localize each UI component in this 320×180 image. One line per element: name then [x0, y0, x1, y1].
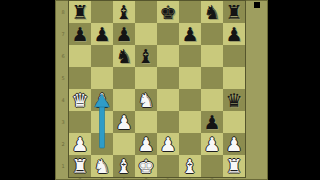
- square-b8[interactable]: [91, 1, 113, 23]
- white-rook: ♜: [225, 155, 242, 177]
- black-rook: ♜: [225, 1, 242, 23]
- square-h1[interactable]: ♜: [223, 155, 245, 177]
- black-bishop: ♝: [137, 45, 154, 67]
- square-b4[interactable]: ♟: [91, 89, 113, 111]
- rank-label-6: 6: [59, 45, 67, 67]
- square-a5[interactable]: [69, 67, 91, 89]
- square-f3[interactable]: [179, 111, 201, 133]
- black-knight: ♞: [203, 1, 220, 23]
- white-knight: ♞: [93, 155, 110, 177]
- square-c2[interactable]: [113, 133, 135, 155]
- square-a2[interactable]: ♟: [69, 133, 91, 155]
- side-to-move-indicator: [254, 2, 260, 8]
- black-pawn: ♟: [225, 23, 242, 45]
- black-pawn: ♟: [203, 111, 220, 133]
- square-h5[interactable]: [223, 67, 245, 89]
- square-a6[interactable]: [69, 45, 91, 67]
- square-h4[interactable]: ♛: [223, 89, 245, 111]
- square-f4[interactable]: [179, 89, 201, 111]
- rank-labels: 87654321: [55, 1, 69, 177]
- square-g3[interactable]: ♟: [201, 111, 223, 133]
- square-f6[interactable]: [179, 45, 201, 67]
- square-d1[interactable]: ♚: [135, 155, 157, 177]
- white-pawn: ♟: [225, 133, 242, 155]
- rank-label-8: 8: [59, 1, 67, 23]
- square-d3[interactable]: [135, 111, 157, 133]
- black-pawn: ♟: [93, 23, 110, 45]
- square-e1[interactable]: [157, 155, 179, 177]
- white-pawn: ♟: [159, 133, 176, 155]
- square-c3[interactable]: ♟: [113, 111, 135, 133]
- square-e6[interactable]: [157, 45, 179, 67]
- square-a7[interactable]: ♟: [69, 23, 91, 45]
- white-bishop: ♝: [181, 155, 198, 177]
- square-d8[interactable]: [135, 1, 157, 23]
- square-b6[interactable]: [91, 45, 113, 67]
- rank-label-2: 2: [59, 133, 67, 155]
- square-b5[interactable]: [91, 67, 113, 89]
- white-pawn: ♟: [115, 111, 132, 133]
- square-g2[interactable]: ♟: [201, 133, 223, 155]
- square-c6[interactable]: ♞: [113, 45, 135, 67]
- square-b3[interactable]: [91, 111, 113, 133]
- square-e4[interactable]: [157, 89, 179, 111]
- square-f5[interactable]: [179, 67, 201, 89]
- square-e5[interactable]: [157, 67, 179, 89]
- square-e8[interactable]: ♚: [157, 1, 179, 23]
- black-king: ♚: [159, 1, 176, 23]
- white-pawn: ♟: [71, 133, 88, 155]
- square-e2[interactable]: ♟: [157, 133, 179, 155]
- white-bishop: ♝: [115, 155, 132, 177]
- square-g5[interactable]: [201, 67, 223, 89]
- square-e3[interactable]: [157, 111, 179, 133]
- white-pawn: ♟: [203, 133, 220, 155]
- square-d6[interactable]: ♝: [135, 45, 157, 67]
- square-b7[interactable]: ♟: [91, 23, 113, 45]
- square-g1[interactable]: [201, 155, 223, 177]
- square-g6[interactable]: [201, 45, 223, 67]
- black-knight: ♞: [115, 45, 132, 67]
- square-b2[interactable]: [91, 133, 113, 155]
- square-c7[interactable]: ♟: [113, 23, 135, 45]
- square-d2[interactable]: ♟: [135, 133, 157, 155]
- board: ♜♝♚♞♜♟♟♟♟♟♞♝♛♟♞♛♟♟♟♟♟♟♟♜♞♝♚♝♜: [69, 1, 245, 177]
- rank-label-3: 3: [59, 111, 67, 133]
- white-knight: ♞: [137, 89, 154, 111]
- square-d5[interactable]: [135, 67, 157, 89]
- square-a3[interactable]: [69, 111, 91, 133]
- square-f7[interactable]: ♟: [179, 23, 201, 45]
- black-pawn: ♟: [71, 23, 88, 45]
- white-queen: ♛: [71, 89, 88, 111]
- black-pawn: ♟: [181, 23, 198, 45]
- thumbnail-canvas: 87654321 abcdefgh ♜♝♚♞♜♟♟♟♟♟♞♝♛♟♞♛♟♟♟♟♟♟…: [0, 0, 320, 180]
- black-rook: ♜: [71, 1, 88, 23]
- square-h7[interactable]: ♟: [223, 23, 245, 45]
- black-queen: ♛: [225, 89, 242, 111]
- square-b1[interactable]: ♞: [91, 155, 113, 177]
- square-f1[interactable]: ♝: [179, 155, 201, 177]
- rank-label-4: 4: [59, 89, 67, 111]
- square-h2[interactable]: ♟: [223, 133, 245, 155]
- square-c8[interactable]: ♝: [113, 1, 135, 23]
- square-h6[interactable]: [223, 45, 245, 67]
- rank-label-5: 5: [59, 67, 67, 89]
- square-c1[interactable]: ♝: [113, 155, 135, 177]
- square-d4[interactable]: ♞: [135, 89, 157, 111]
- black-bishop: ♝: [115, 1, 132, 23]
- square-e7[interactable]: [157, 23, 179, 45]
- square-a1[interactable]: ♜: [69, 155, 91, 177]
- square-f2[interactable]: [179, 133, 201, 155]
- white-rook: ♜: [71, 155, 88, 177]
- board-frame: 87654321 abcdefgh ♜♝♚♞♜♟♟♟♟♟♞♝♛♟♞♛♟♟♟♟♟♟…: [55, 0, 268, 180]
- square-a8[interactable]: ♜: [69, 1, 91, 23]
- rank-label-7: 7: [59, 23, 67, 45]
- square-c5[interactable]: [113, 67, 135, 89]
- white-king: ♚: [137, 155, 154, 177]
- square-a4[interactable]: ♛: [69, 89, 91, 111]
- square-h8[interactable]: ♜: [223, 1, 245, 23]
- white-pawn: ♟: [93, 89, 110, 111]
- square-g7[interactable]: [201, 23, 223, 45]
- square-h3[interactable]: [223, 111, 245, 133]
- square-d7[interactable]: [135, 23, 157, 45]
- white-pawn: ♟: [137, 133, 154, 155]
- square-g8[interactable]: ♞: [201, 1, 223, 23]
- rank-label-1: 1: [59, 155, 67, 177]
- square-f8[interactable]: [179, 1, 201, 23]
- square-g4[interactable]: [201, 89, 223, 111]
- black-pawn: ♟: [115, 23, 132, 45]
- square-c4[interactable]: [113, 89, 135, 111]
